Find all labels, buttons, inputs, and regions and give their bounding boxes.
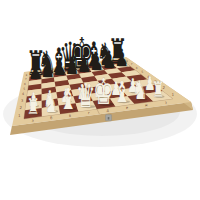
piece-white-rook[interactable]: ♜ (152, 77, 165, 102)
chess-board: абвгдежз8877665544332211♜♞♝♛♚♝♞♜♟♟♟♟♟♟♟♟… (0, 0, 200, 200)
rank-label-left: 1 (18, 113, 21, 118)
piece-white-bishop[interactable]: ♝ (60, 82, 77, 116)
piece-white-knight[interactable]: ♞ (43, 88, 58, 118)
rank-label-right: 6 (136, 66, 138, 70)
rank-label-right: 1 (172, 92, 175, 97)
piece-white-knight[interactable]: ♞ (132, 76, 147, 106)
piece-white-bishop[interactable]: ♝ (113, 75, 130, 109)
piece-white-rook[interactable]: ♜ (27, 94, 40, 119)
latch-slot (108, 117, 110, 119)
rank-label-right: 5 (141, 70, 143, 74)
chess-set-photo: Overhead angled product photo of an open… (0, 0, 200, 200)
piece-white-king[interactable]: ♚ (93, 71, 114, 112)
rank-label-left: 5 (23, 87, 25, 91)
piece-black-pawn[interactable]: ♟ (114, 44, 128, 72)
file-label: а (31, 119, 34, 123)
rank-label-left: 4 (22, 92, 24, 96)
